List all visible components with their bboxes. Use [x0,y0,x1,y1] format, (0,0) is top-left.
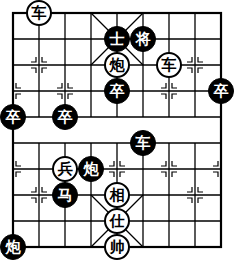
piece-black-general[interactable]: 将 [130,26,156,52]
piece-glyph: 卒 [110,84,125,99]
piece-glyph: 马 [58,188,73,203]
xiangqi-board: 车士将炮车卒卒卒卒车兵炮马相仕帅炮 [0,0,234,260]
piece-black-advisor[interactable]: 士 [104,26,130,52]
piece-glyph: 炮 [84,162,99,177]
piece-red-advisor[interactable]: 仕 [104,208,130,234]
piece-black-soldier[interactable]: 卒 [104,78,130,104]
piece-glyph: 炮 [6,240,21,255]
piece-glyph: 卒 [58,110,73,125]
piece-glyph: 车 [32,6,47,21]
piece-red-chariot[interactable]: 车 [156,52,182,78]
piece-glyph: 将 [136,32,151,47]
piece-glyph: 卒 [214,84,229,99]
piece-black-soldier[interactable]: 卒 [208,78,234,104]
piece-red-soldier[interactable]: 兵 [52,156,78,182]
piece-glyph: 帅 [110,240,125,255]
piece-black-horse[interactable]: 马 [52,182,78,208]
piece-red-cannon[interactable]: 炮 [104,52,130,78]
piece-glyph: 士 [110,32,125,47]
piece-glyph: 炮 [110,58,125,73]
piece-black-chariot[interactable]: 车 [130,130,156,156]
piece-glyph: 相 [110,188,125,203]
piece-glyph: 仕 [110,214,125,229]
piece-black-soldier[interactable]: 卒 [52,104,78,130]
piece-black-cannon[interactable]: 炮 [0,234,26,260]
piece-red-chariot[interactable]: 车 [26,0,52,26]
piece-black-cannon[interactable]: 炮 [78,156,104,182]
board-pieces-layer: 车士将炮车卒卒卒卒车兵炮马相仕帅炮 [0,0,234,260]
piece-glyph: 卒 [6,110,21,125]
piece-glyph: 车 [136,136,151,151]
piece-glyph: 兵 [58,162,73,177]
piece-red-general[interactable]: 帅 [104,234,130,260]
piece-red-elephant[interactable]: 相 [104,182,130,208]
piece-glyph: 车 [162,58,177,73]
piece-black-soldier[interactable]: 卒 [0,104,26,130]
